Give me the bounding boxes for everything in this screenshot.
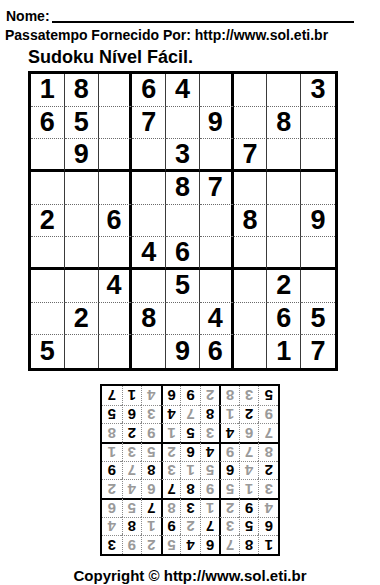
cell-r3c5[interactable]: 3: [166, 139, 200, 172]
cell-r8c7[interactable]: [234, 303, 268, 336]
cell-r1c7[interactable]: [234, 74, 268, 107]
solution-cell-r5c9: 9: [102, 461, 122, 480]
cell-r7c2[interactable]: [65, 270, 99, 303]
solution-cell-r6c1: 8: [258, 442, 278, 461]
cell-r6c1[interactable]: [31, 237, 65, 270]
sudoku-solution-grid-rotated: 1876452936537291844921387563159876422465…: [100, 384, 280, 556]
cell-r7c1[interactable]: [31, 270, 65, 303]
cell-r9c7[interactable]: [234, 335, 268, 368]
solution-cell-r1c2: 8: [239, 535, 259, 554]
copyright-line: Copyright © http://www.sol.eti.br: [0, 567, 380, 584]
cell-r3c4[interactable]: [132, 139, 166, 172]
solution-cell-r2c6: 9: [161, 517, 181, 536]
cell-r1c6[interactable]: [200, 74, 234, 107]
cell-r6c6[interactable]: [200, 237, 234, 270]
solution-cell-r8c8: 6: [122, 405, 142, 424]
cell-r8c3[interactable]: [99, 303, 133, 336]
solution-cell-r9c3: 8: [219, 386, 239, 405]
solution-cell-r2c2: 5: [239, 517, 259, 536]
name-label: Nome:: [6, 9, 50, 23]
cell-r7c7[interactable]: [234, 270, 268, 303]
cell-r3c8[interactable]: [267, 139, 301, 172]
cell-r8c1[interactable]: [31, 303, 65, 336]
cell-r2c8[interactable]: 8: [267, 107, 301, 140]
cell-r8c8[interactable]: 6: [267, 303, 301, 336]
cell-r4c6[interactable]: 7: [200, 172, 234, 205]
solution-cell-r5c2: 4: [239, 461, 259, 480]
cell-r3c2[interactable]: 9: [65, 139, 99, 172]
solution-cell-r3c4: 1: [200, 498, 220, 517]
solution-cell-r8c7: 3: [141, 405, 161, 424]
solution-cell-r6c7: 5: [141, 442, 161, 461]
solution-cell-r3c8: 5: [122, 498, 142, 517]
cell-r9c2[interactable]: [65, 335, 99, 368]
solution-cell-r4c2: 1: [239, 479, 259, 498]
solution-cell-r7c4: 3: [200, 423, 220, 442]
solution-cell-r2c7: 1: [141, 517, 161, 536]
cell-r9c3[interactable]: [99, 335, 133, 368]
cell-r1c4[interactable]: 6: [132, 74, 166, 107]
cell-r1c5[interactable]: 4: [166, 74, 200, 107]
solution-cell-r4c6: 7: [161, 479, 181, 498]
solution-cell-r6c5: 6: [180, 442, 200, 461]
cell-r1c8[interactable]: [267, 74, 301, 107]
solution-cell-r1c5: 4: [180, 535, 200, 554]
cell-r7c4[interactable]: [132, 270, 166, 303]
cell-r6c7[interactable]: [234, 237, 268, 270]
solution-cell-r5c6: 3: [161, 461, 181, 480]
solution-cell-r2c1: 6: [258, 517, 278, 536]
solution-cell-r5c5: 1: [180, 461, 200, 480]
cell-r2c3[interactable]: [99, 107, 133, 140]
solution-cell-r1c3: 7: [219, 535, 239, 554]
solution-cell-r4c4: 9: [200, 479, 220, 498]
solution-cell-r7c7: 9: [141, 423, 161, 442]
cell-r4c8[interactable]: [267, 172, 301, 205]
cell-r4c1[interactable]: [31, 172, 65, 205]
cell-r9c4[interactable]: [132, 335, 166, 368]
cell-r1c3[interactable]: [99, 74, 133, 107]
cell-r2c7[interactable]: [234, 107, 268, 140]
cell-r3c1[interactable]: [31, 139, 65, 172]
cell-r8c2[interactable]: 2: [65, 303, 99, 336]
cell-r9c8[interactable]: 1: [267, 335, 301, 368]
cell-r2c9[interactable]: [301, 107, 335, 140]
solution-cell-r2c8: 8: [122, 517, 142, 536]
solution-cell-r6c4: 4: [200, 442, 220, 461]
solution-cell-r6c2: 7: [239, 442, 259, 461]
cell-r3c3[interactable]: [99, 139, 133, 172]
solution-cell-r9c5: 9: [180, 386, 200, 405]
cell-r4c3[interactable]: [99, 172, 133, 205]
cell-r6c5[interactable]: 6: [166, 237, 200, 270]
cell-r2c4[interactable]: 7: [132, 107, 166, 140]
cell-r8c6[interactable]: 4: [200, 303, 234, 336]
cell-r4c9[interactable]: [301, 172, 335, 205]
solution-cell-r7c9: 8: [102, 423, 122, 442]
solution-cell-r3c6: 8: [161, 498, 181, 517]
cell-r1c1[interactable]: 1: [31, 74, 65, 107]
solution-cell-r5c7: 8: [141, 461, 161, 480]
solution-cell-r8c3: 1: [219, 405, 239, 424]
solution-cell-r7c1: 7: [258, 423, 278, 442]
cell-r5c5[interactable]: [166, 205, 200, 238]
cell-r5c7[interactable]: 8: [234, 205, 268, 238]
solution-cell-r7c3: 4: [219, 423, 239, 442]
solution-cell-r8c5: 7: [180, 405, 200, 424]
cell-r7c3[interactable]: 4: [99, 270, 133, 303]
solution-cell-r9c7: 4: [141, 386, 161, 405]
solution-cell-r7c5: 5: [180, 423, 200, 442]
cell-r4c7[interactable]: [234, 172, 268, 205]
cell-r9c5[interactable]: 9: [166, 335, 200, 368]
cell-r4c4[interactable]: [132, 172, 166, 205]
sudoku-puzzle-grid: 1864365798937872689464522846559617: [28, 71, 338, 371]
cell-r6c8[interactable]: [267, 237, 301, 270]
cell-r9c6[interactable]: 6: [200, 335, 234, 368]
cell-r6c3[interactable]: [99, 237, 133, 270]
cell-r6c4[interactable]: 4: [132, 237, 166, 270]
solution-cell-r4c8: 4: [122, 479, 142, 498]
solution-cell-r5c3: 6: [219, 461, 239, 480]
solution-cell-r9c1: 5: [258, 386, 278, 405]
solution-cell-r3c2: 9: [239, 498, 259, 517]
solution-cell-r1c7: 2: [141, 535, 161, 554]
solution-cell-r4c3: 5: [219, 479, 239, 498]
solution-cell-r9c9: 7: [102, 386, 122, 405]
solution-cell-r3c1: 4: [258, 498, 278, 517]
solution-cell-r6c3: 9: [219, 442, 239, 461]
cell-r2c6[interactable]: 9: [200, 107, 234, 140]
solution-cell-r9c8: 1: [122, 386, 142, 405]
cell-r7c5[interactable]: 5: [166, 270, 200, 303]
solution-cell-r8c6: 4: [161, 405, 181, 424]
name-fill-line[interactable]: [52, 8, 354, 23]
solution-cell-r6c6: 2: [161, 442, 181, 461]
cell-r7c8[interactable]: 2: [267, 270, 301, 303]
solution-cell-r2c5: 2: [180, 517, 200, 536]
cell-r2c5[interactable]: [166, 107, 200, 140]
solution-cell-r6c8: 3: [122, 442, 142, 461]
cell-r8c9[interactable]: 5: [301, 303, 335, 336]
solution-cell-r7c8: 2: [122, 423, 142, 442]
solution-cell-r3c3: 2: [219, 498, 239, 517]
solution-cell-r2c9: 4: [102, 517, 122, 536]
solution-cell-r3c5: 3: [180, 498, 200, 517]
solution-cell-r4c5: 8: [180, 479, 200, 498]
solution-cell-r7c2: 6: [239, 423, 259, 442]
solution-cell-r1c9: 3: [102, 535, 122, 554]
solution-cell-r5c4: 5: [200, 461, 220, 480]
solution-cell-r8c9: 5: [102, 405, 122, 424]
cell-r5c2[interactable]: [65, 205, 99, 238]
solution-cell-r8c1: 9: [258, 405, 278, 424]
solution-cell-r4c1: 3: [258, 479, 278, 498]
cell-r5c6[interactable]: [200, 205, 234, 238]
solution-cell-r7c6: 1: [161, 423, 181, 442]
puzzle-title: Sudoku Nível Fácil.: [28, 47, 380, 68]
solution-cell-r1c6: 5: [161, 535, 181, 554]
solution-cell-r9c2: 3: [239, 386, 259, 405]
cell-r1c2[interactable]: 8: [65, 74, 99, 107]
cell-r7c6[interactable]: [200, 270, 234, 303]
solution-cell-r3c9: 6: [102, 498, 122, 517]
cell-r5c1[interactable]: 2: [31, 205, 65, 238]
solution-cell-r3c7: 7: [141, 498, 161, 517]
solution-cell-r4c9: 2: [102, 479, 122, 498]
solution-cell-r1c1: 1: [258, 535, 278, 554]
solution-cell-r5c1: 2: [258, 461, 278, 480]
cell-r3c6[interactable]: [200, 139, 234, 172]
cell-r6c2[interactable]: [65, 237, 99, 270]
cell-r5c9[interactable]: 9: [301, 205, 335, 238]
cell-r2c2[interactable]: 5: [65, 107, 99, 140]
cell-r4c2[interactable]: [65, 172, 99, 205]
solution-cell-r9c6: 6: [161, 386, 181, 405]
solution-cell-r1c4: 6: [200, 535, 220, 554]
solution-cell-r1c8: 9: [122, 535, 142, 554]
cell-r9c1[interactable]: 5: [31, 335, 65, 368]
worksheet-page: Nome: Passatempo Fornecido Por: http://w…: [0, 0, 380, 584]
solution-cell-r6c9: 1: [102, 442, 122, 461]
solution-cell-r2c3: 3: [219, 517, 239, 536]
cell-r5c8[interactable]: [267, 205, 301, 238]
cell-r5c3[interactable]: 6: [99, 205, 133, 238]
solution-cell-r4c7: 6: [141, 479, 161, 498]
solution-cell-r2c4: 7: [200, 517, 220, 536]
solution-cell-r5c8: 7: [122, 461, 142, 480]
solution-cell-r8c2: 2: [239, 405, 259, 424]
cell-r1c9[interactable]: 3: [301, 74, 335, 107]
cell-r3c7[interactable]: 7: [234, 139, 268, 172]
solution-cell-r8c4: 8: [200, 405, 220, 424]
cell-r8c4[interactable]: 8: [132, 303, 166, 336]
solution-area: 1876452936537291844921387563159876422465…: [0, 371, 380, 556]
cell-r9c9[interactable]: 7: [301, 335, 335, 368]
cell-r4c5[interactable]: 8: [166, 172, 200, 205]
solution-cell-r9c4: 2: [200, 386, 220, 405]
name-row: Nome:: [6, 6, 354, 23]
cell-r6c9[interactable]: [301, 237, 335, 270]
cell-r2c1[interactable]: 6: [31, 107, 65, 140]
cell-r7c9[interactable]: [301, 270, 335, 303]
cell-r3c9[interactable]: [301, 139, 335, 172]
cell-r5c4[interactable]: [132, 205, 166, 238]
provided-by-line: Passatempo Fornecido Por: http://www.sol…: [5, 27, 380, 43]
cell-r8c5[interactable]: [166, 303, 200, 336]
